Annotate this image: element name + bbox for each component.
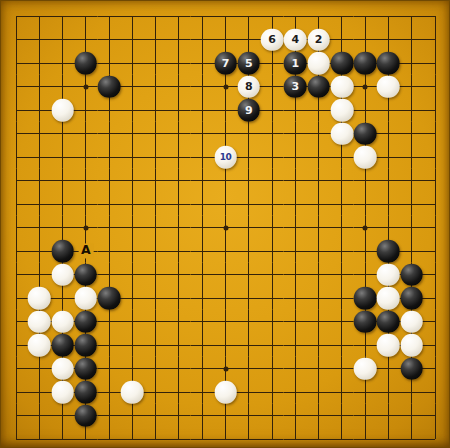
intersection[interactable]: [237, 122, 260, 146]
intersection[interactable]: [74, 4, 97, 28]
intersection[interactable]: [284, 169, 307, 193]
intersection[interactable]: [28, 310, 51, 334]
intersection[interactable]: [98, 427, 121, 448]
white-stone[interactable]: [51, 263, 74, 286]
intersection[interactable]: [28, 169, 51, 193]
intersection[interactable]: [121, 28, 144, 52]
white-stone[interactable]: [377, 334, 400, 357]
intersection[interactable]: [4, 357, 27, 381]
intersection[interactable]: [144, 263, 167, 287]
intersection[interactable]: [98, 51, 121, 75]
intersection[interactable]: [377, 4, 400, 28]
intersection[interactable]: [260, 310, 283, 334]
intersection[interactable]: [284, 263, 307, 287]
intersection[interactable]: [74, 357, 97, 381]
intersection[interactable]: [121, 4, 144, 28]
intersection[interactable]: [144, 310, 167, 334]
intersection[interactable]: [377, 75, 400, 99]
intersection[interactable]: [260, 239, 283, 263]
intersection[interactable]: [51, 286, 74, 310]
intersection[interactable]: [400, 51, 423, 75]
intersection[interactable]: [144, 145, 167, 169]
intersection[interactable]: [284, 122, 307, 146]
intersection[interactable]: [423, 263, 446, 287]
intersection[interactable]: [98, 169, 121, 193]
intersection[interactable]: [354, 357, 377, 381]
intersection[interactable]: [307, 263, 330, 287]
intersection[interactable]: [28, 239, 51, 263]
intersection[interactable]: [307, 357, 330, 381]
intersection[interactable]: [307, 216, 330, 240]
intersection[interactable]: [400, 427, 423, 448]
intersection[interactable]: [214, 427, 237, 448]
intersection[interactable]: [423, 286, 446, 310]
white-stone[interactable]: [307, 52, 330, 75]
intersection[interactable]: [121, 192, 144, 216]
intersection[interactable]: [51, 51, 74, 75]
intersection[interactable]: [98, 98, 121, 122]
intersection[interactable]: [354, 169, 377, 193]
intersection[interactable]: [144, 51, 167, 75]
intersection[interactable]: [74, 51, 97, 75]
intersection[interactable]: [98, 4, 121, 28]
intersection[interactable]: [98, 122, 121, 146]
intersection[interactable]: [4, 192, 27, 216]
intersection[interactable]: [237, 216, 260, 240]
intersection[interactable]: [284, 192, 307, 216]
intersection[interactable]: [191, 286, 214, 310]
intersection[interactable]: [330, 75, 353, 99]
intersection[interactable]: [377, 192, 400, 216]
intersection[interactable]: [98, 28, 121, 52]
intersection[interactable]: [51, 380, 74, 404]
intersection[interactable]: [214, 404, 237, 428]
intersection[interactable]: [191, 75, 214, 99]
intersection[interactable]: [28, 427, 51, 448]
intersection[interactable]: [167, 4, 190, 28]
intersection[interactable]: [260, 51, 283, 75]
intersection[interactable]: [144, 216, 167, 240]
intersection[interactable]: [307, 122, 330, 146]
intersection[interactable]: [400, 404, 423, 428]
intersection[interactable]: [354, 51, 377, 75]
intersection[interactable]: [377, 122, 400, 146]
intersection[interactable]: [51, 239, 74, 263]
intersection[interactable]: [214, 75, 237, 99]
intersection[interactable]: [4, 169, 27, 193]
intersection[interactable]: [144, 404, 167, 428]
intersection[interactable]: [28, 216, 51, 240]
intersection[interactable]: [330, 192, 353, 216]
white-stone[interactable]: [400, 334, 423, 357]
intersection[interactable]: [144, 286, 167, 310]
black-stone[interactable]: [98, 287, 121, 310]
intersection[interactable]: [330, 286, 353, 310]
intersection[interactable]: [98, 239, 121, 263]
intersection[interactable]: [167, 98, 190, 122]
white-stone[interactable]: [51, 357, 74, 380]
intersection[interactable]: [260, 357, 283, 381]
intersection[interactable]: [4, 122, 27, 146]
intersection[interactable]: [423, 427, 446, 448]
intersection[interactable]: [51, 404, 74, 428]
intersection[interactable]: [354, 192, 377, 216]
intersection[interactable]: [354, 263, 377, 287]
intersection[interactable]: 9: [237, 98, 260, 122]
white-stone[interactable]: [377, 287, 400, 310]
intersection[interactable]: [354, 380, 377, 404]
intersection[interactable]: [284, 145, 307, 169]
black-stone[interactable]: 1: [284, 52, 307, 75]
intersection[interactable]: [167, 51, 190, 75]
intersection[interactable]: [121, 263, 144, 287]
intersection[interactable]: [307, 404, 330, 428]
intersection[interactable]: [423, 216, 446, 240]
intersection[interactable]: [144, 357, 167, 381]
intersection[interactable]: [330, 51, 353, 75]
black-stone[interactable]: [377, 240, 400, 263]
intersection[interactable]: [307, 333, 330, 357]
intersection[interactable]: [354, 122, 377, 146]
intersection[interactable]: [237, 333, 260, 357]
intersection[interactable]: [354, 404, 377, 428]
intersection[interactable]: [400, 380, 423, 404]
white-stone[interactable]: [377, 75, 400, 98]
intersection[interactable]: [167, 169, 190, 193]
intersection[interactable]: [28, 4, 51, 28]
white-stone[interactable]: [354, 146, 377, 169]
intersection[interactable]: [121, 310, 144, 334]
intersection[interactable]: [284, 4, 307, 28]
intersection[interactable]: [307, 286, 330, 310]
intersection[interactable]: [284, 357, 307, 381]
black-stone[interactable]: [51, 334, 74, 357]
intersection[interactable]: [51, 192, 74, 216]
intersection[interactable]: [284, 404, 307, 428]
intersection[interactable]: [28, 98, 51, 122]
intersection[interactable]: [28, 286, 51, 310]
intersection[interactable]: [167, 28, 190, 52]
intersection[interactable]: [284, 310, 307, 334]
intersection[interactable]: [354, 75, 377, 99]
intersection[interactable]: [121, 427, 144, 448]
intersection[interactable]: [191, 427, 214, 448]
intersection[interactable]: [191, 98, 214, 122]
intersection[interactable]: [191, 122, 214, 146]
intersection[interactable]: [377, 216, 400, 240]
intersection[interactable]: [121, 145, 144, 169]
intersection[interactable]: [98, 357, 121, 381]
intersection[interactable]: [354, 216, 377, 240]
black-stone[interactable]: [75, 263, 98, 286]
intersection[interactable]: [121, 98, 144, 122]
intersection[interactable]: [4, 51, 27, 75]
white-stone[interactable]: [331, 75, 354, 98]
intersection[interactable]: [4, 216, 27, 240]
intersection[interactable]: [121, 404, 144, 428]
black-stone[interactable]: [354, 122, 377, 145]
intersection[interactable]: [144, 169, 167, 193]
intersection[interactable]: [51, 216, 74, 240]
intersection[interactable]: [237, 28, 260, 52]
intersection[interactable]: [423, 357, 446, 381]
intersection[interactable]: [51, 4, 74, 28]
intersection[interactable]: [423, 75, 446, 99]
intersection[interactable]: [400, 192, 423, 216]
intersection[interactable]: [51, 333, 74, 357]
white-stone[interactable]: [28, 310, 51, 333]
intersection[interactable]: [144, 380, 167, 404]
intersection[interactable]: [51, 145, 74, 169]
intersection[interactable]: [237, 357, 260, 381]
intersection[interactable]: [400, 145, 423, 169]
intersection[interactable]: [144, 28, 167, 52]
intersection[interactable]: [74, 28, 97, 52]
intersection[interactable]: [191, 169, 214, 193]
intersection[interactable]: [400, 75, 423, 99]
white-stone[interactable]: 8: [238, 75, 261, 98]
intersection[interactable]: [51, 28, 74, 52]
intersection[interactable]: [191, 4, 214, 28]
white-stone[interactable]: 2: [307, 28, 330, 51]
intersection[interactable]: [191, 28, 214, 52]
intersection[interactable]: [167, 357, 190, 381]
intersection[interactable]: [191, 216, 214, 240]
intersection[interactable]: [4, 333, 27, 357]
intersection[interactable]: [330, 239, 353, 263]
intersection[interactable]: [144, 333, 167, 357]
intersection[interactable]: [28, 122, 51, 146]
intersection[interactable]: [4, 380, 27, 404]
intersection[interactable]: [51, 169, 74, 193]
black-stone[interactable]: [400, 263, 423, 286]
intersection[interactable]: [284, 333, 307, 357]
intersection[interactable]: [307, 310, 330, 334]
intersection[interactable]: [98, 145, 121, 169]
intersection[interactable]: [74, 263, 97, 287]
intersection[interactable]: 10: [214, 145, 237, 169]
intersection[interactable]: [260, 75, 283, 99]
intersection[interactable]: [121, 122, 144, 146]
intersection[interactable]: [377, 310, 400, 334]
intersection[interactable]: [121, 75, 144, 99]
intersection[interactable]: [28, 380, 51, 404]
intersection[interactable]: [144, 98, 167, 122]
intersection[interactable]: [237, 239, 260, 263]
intersection[interactable]: [74, 427, 97, 448]
black-stone[interactable]: 3: [284, 75, 307, 98]
intersection[interactable]: [237, 263, 260, 287]
intersection[interactable]: [167, 286, 190, 310]
intersection[interactable]: [98, 192, 121, 216]
intersection[interactable]: [191, 51, 214, 75]
intersection[interactable]: [214, 357, 237, 381]
intersection[interactable]: [423, 404, 446, 428]
intersection[interactable]: [214, 310, 237, 334]
intersection[interactable]: [191, 263, 214, 287]
intersection[interactable]: [4, 145, 27, 169]
intersection[interactable]: [74, 216, 97, 240]
intersection[interactable]: [167, 75, 190, 99]
intersection[interactable]: [237, 310, 260, 334]
intersection[interactable]: [98, 75, 121, 99]
intersection[interactable]: [237, 286, 260, 310]
intersection[interactable]: [307, 98, 330, 122]
intersection[interactable]: [4, 239, 27, 263]
intersection[interactable]: [144, 122, 167, 146]
intersection[interactable]: [144, 75, 167, 99]
intersection[interactable]: [191, 239, 214, 263]
intersection[interactable]: [260, 122, 283, 146]
intersection[interactable]: [377, 333, 400, 357]
black-stone[interactable]: [98, 75, 121, 98]
intersection[interactable]: [191, 380, 214, 404]
intersection[interactable]: [354, 28, 377, 52]
intersection[interactable]: [330, 263, 353, 287]
intersection[interactable]: [354, 333, 377, 357]
intersection[interactable]: [4, 427, 27, 448]
intersection[interactable]: [28, 333, 51, 357]
intersection[interactable]: [260, 333, 283, 357]
white-stone[interactable]: [28, 287, 51, 310]
intersection[interactable]: [423, 98, 446, 122]
intersection[interactable]: [400, 310, 423, 334]
intersection[interactable]: 4: [284, 28, 307, 52]
intersection[interactable]: [121, 51, 144, 75]
intersection[interactable]: [98, 310, 121, 334]
intersection[interactable]: [260, 145, 283, 169]
intersection[interactable]: [4, 28, 27, 52]
intersection[interactable]: [4, 4, 27, 28]
black-stone[interactable]: [75, 357, 98, 380]
intersection[interactable]: [191, 357, 214, 381]
black-stone[interactable]: 7: [214, 52, 237, 75]
white-stone[interactable]: [214, 381, 237, 404]
black-stone[interactable]: [400, 287, 423, 310]
intersection[interactable]: [377, 98, 400, 122]
white-stone[interactable]: [331, 122, 354, 145]
white-stone[interactable]: [28, 334, 51, 357]
intersection[interactable]: [400, 357, 423, 381]
intersection[interactable]: [423, 310, 446, 334]
intersection[interactable]: [214, 216, 237, 240]
intersection[interactable]: 1: [284, 51, 307, 75]
black-stone[interactable]: [354, 52, 377, 75]
intersection[interactable]: [144, 192, 167, 216]
intersection[interactable]: [260, 4, 283, 28]
intersection[interactable]: [260, 380, 283, 404]
intersection[interactable]: 3: [284, 75, 307, 99]
intersection[interactable]: [423, 192, 446, 216]
intersection[interactable]: [51, 122, 74, 146]
intersection[interactable]: [74, 333, 97, 357]
white-stone[interactable]: [354, 357, 377, 380]
intersection[interactable]: [167, 145, 190, 169]
intersection[interactable]: [121, 216, 144, 240]
intersection[interactable]: [214, 239, 237, 263]
intersection[interactable]: [307, 427, 330, 448]
intersection[interactable]: 8: [237, 75, 260, 99]
intersection[interactable]: [330, 404, 353, 428]
intersection[interactable]: [307, 380, 330, 404]
intersection[interactable]: [307, 145, 330, 169]
intersection[interactable]: [237, 145, 260, 169]
intersection[interactable]: 7: [214, 51, 237, 75]
black-stone[interactable]: [75, 52, 98, 75]
intersection[interactable]: [400, 239, 423, 263]
intersection[interactable]: [307, 4, 330, 28]
intersection[interactable]: [4, 75, 27, 99]
black-stone[interactable]: [400, 357, 423, 380]
intersection[interactable]: [74, 98, 97, 122]
intersection[interactable]: [400, 28, 423, 52]
intersection[interactable]: [354, 239, 377, 263]
intersection[interactable]: [51, 75, 74, 99]
black-stone[interactable]: [377, 310, 400, 333]
intersection[interactable]: [377, 404, 400, 428]
white-stone[interactable]: [377, 263, 400, 286]
intersection[interactable]: [28, 404, 51, 428]
intersection[interactable]: [121, 239, 144, 263]
intersection[interactable]: [51, 357, 74, 381]
intersection[interactable]: [237, 4, 260, 28]
intersection[interactable]: [98, 380, 121, 404]
intersection[interactable]: [354, 98, 377, 122]
white-stone[interactable]: [75, 287, 98, 310]
intersection[interactable]: [284, 239, 307, 263]
intersection[interactable]: [214, 98, 237, 122]
intersection[interactable]: [284, 427, 307, 448]
intersection[interactable]: [330, 98, 353, 122]
intersection[interactable]: 6: [260, 28, 283, 52]
black-stone[interactable]: [75, 404, 98, 427]
intersection[interactable]: [167, 216, 190, 240]
intersection[interactable]: [237, 404, 260, 428]
intersection[interactable]: [377, 427, 400, 448]
intersection[interactable]: [214, 122, 237, 146]
intersection[interactable]: [400, 333, 423, 357]
intersection[interactable]: [377, 263, 400, 287]
intersection[interactable]: [330, 310, 353, 334]
intersection[interactable]: [167, 192, 190, 216]
black-stone[interactable]: [377, 52, 400, 75]
black-stone[interactable]: 5: [238, 52, 261, 75]
intersection[interactable]: [260, 192, 283, 216]
intersection[interactable]: [260, 98, 283, 122]
intersection[interactable]: [4, 286, 27, 310]
intersection[interactable]: [214, 333, 237, 357]
black-stone[interactable]: [51, 240, 74, 263]
intersection[interactable]: [377, 169, 400, 193]
intersection[interactable]: [74, 122, 97, 146]
intersection[interactable]: [4, 404, 27, 428]
intersection[interactable]: [260, 263, 283, 287]
intersection[interactable]: [191, 404, 214, 428]
intersection[interactable]: [191, 310, 214, 334]
intersection[interactable]: [74, 169, 97, 193]
intersection[interactable]: [98, 286, 121, 310]
intersection[interactable]: [260, 169, 283, 193]
intersection[interactable]: [237, 427, 260, 448]
intersection[interactable]: [144, 4, 167, 28]
intersection[interactable]: [423, 4, 446, 28]
intersection[interactable]: [214, 380, 237, 404]
intersection[interactable]: [214, 192, 237, 216]
intersection[interactable]: [260, 216, 283, 240]
intersection[interactable]: [4, 263, 27, 287]
white-stone[interactable]: 6: [261, 28, 284, 51]
intersection[interactable]: [377, 286, 400, 310]
